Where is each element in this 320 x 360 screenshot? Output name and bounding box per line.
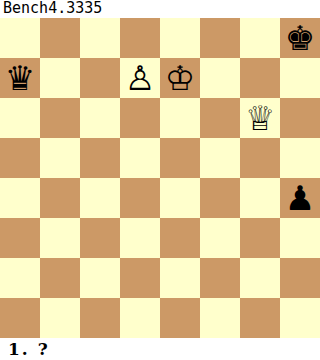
black-pawn-piece: ♟ <box>285 178 315 218</box>
white-pawn-piece: ♙ <box>125 58 155 98</box>
square-b6[interactable] <box>40 98 80 138</box>
square-a4[interactable] <box>0 178 40 218</box>
chess-diagram: Bench4.3335 ♚♛♙♔♕♟ 1. ? <box>0 0 320 360</box>
square-e7[interactable]: ♔ <box>160 58 200 98</box>
square-h1[interactable] <box>280 298 320 338</box>
square-d3[interactable] <box>120 218 160 258</box>
page-title: Bench4.3335 <box>0 0 320 18</box>
square-g2[interactable] <box>240 258 280 298</box>
square-b3[interactable] <box>40 218 80 258</box>
square-d5[interactable] <box>120 138 160 178</box>
square-h3[interactable] <box>280 218 320 258</box>
square-a5[interactable] <box>0 138 40 178</box>
square-a2[interactable] <box>0 258 40 298</box>
square-e2[interactable] <box>160 258 200 298</box>
square-c1[interactable] <box>80 298 120 338</box>
square-h6[interactable] <box>280 98 320 138</box>
square-g7[interactable] <box>240 58 280 98</box>
chess-board: ♚♛♙♔♕♟ <box>0 18 320 338</box>
square-c7[interactable] <box>80 58 120 98</box>
black-queen-piece: ♛ <box>5 58 35 98</box>
square-b4[interactable] <box>40 178 80 218</box>
square-a7[interactable]: ♛ <box>0 58 40 98</box>
square-e5[interactable] <box>160 138 200 178</box>
square-b2[interactable] <box>40 258 80 298</box>
square-d1[interactable] <box>120 298 160 338</box>
square-h2[interactable] <box>280 258 320 298</box>
square-b1[interactable] <box>40 298 80 338</box>
square-c5[interactable] <box>80 138 120 178</box>
square-e8[interactable] <box>160 18 200 58</box>
square-h4[interactable]: ♟ <box>280 178 320 218</box>
white-king-piece: ♔ <box>165 58 195 98</box>
square-e3[interactable] <box>160 218 200 258</box>
square-c2[interactable] <box>80 258 120 298</box>
square-a8[interactable] <box>0 18 40 58</box>
square-f3[interactable] <box>200 218 240 258</box>
white-queen-piece: ♕ <box>245 98 275 138</box>
square-c6[interactable] <box>80 98 120 138</box>
square-c8[interactable] <box>80 18 120 58</box>
square-d2[interactable] <box>120 258 160 298</box>
square-h8[interactable]: ♚ <box>280 18 320 58</box>
square-h7[interactable] <box>280 58 320 98</box>
move-prompt: 1. ? <box>0 338 320 360</box>
square-h5[interactable] <box>280 138 320 178</box>
square-g4[interactable] <box>240 178 280 218</box>
square-c3[interactable] <box>80 218 120 258</box>
square-f5[interactable] <box>200 138 240 178</box>
square-b7[interactable] <box>40 58 80 98</box>
square-e1[interactable] <box>160 298 200 338</box>
square-a1[interactable] <box>0 298 40 338</box>
square-f7[interactable] <box>200 58 240 98</box>
square-f2[interactable] <box>200 258 240 298</box>
square-g1[interactable] <box>240 298 280 338</box>
square-f4[interactable] <box>200 178 240 218</box>
square-d7[interactable]: ♙ <box>120 58 160 98</box>
square-g3[interactable] <box>240 218 280 258</box>
square-d4[interactable] <box>120 178 160 218</box>
square-g8[interactable] <box>240 18 280 58</box>
square-f1[interactable] <box>200 298 240 338</box>
square-f8[interactable] <box>200 18 240 58</box>
black-king-piece: ♚ <box>285 18 315 58</box>
square-d6[interactable] <box>120 98 160 138</box>
square-e4[interactable] <box>160 178 200 218</box>
square-b5[interactable] <box>40 138 80 178</box>
square-a3[interactable] <box>0 218 40 258</box>
square-g6[interactable]: ♕ <box>240 98 280 138</box>
square-a6[interactable] <box>0 98 40 138</box>
square-d8[interactable] <box>120 18 160 58</box>
square-e6[interactable] <box>160 98 200 138</box>
square-b8[interactable] <box>40 18 80 58</box>
square-g5[interactable] <box>240 138 280 178</box>
square-c4[interactable] <box>80 178 120 218</box>
square-f6[interactable] <box>200 98 240 138</box>
